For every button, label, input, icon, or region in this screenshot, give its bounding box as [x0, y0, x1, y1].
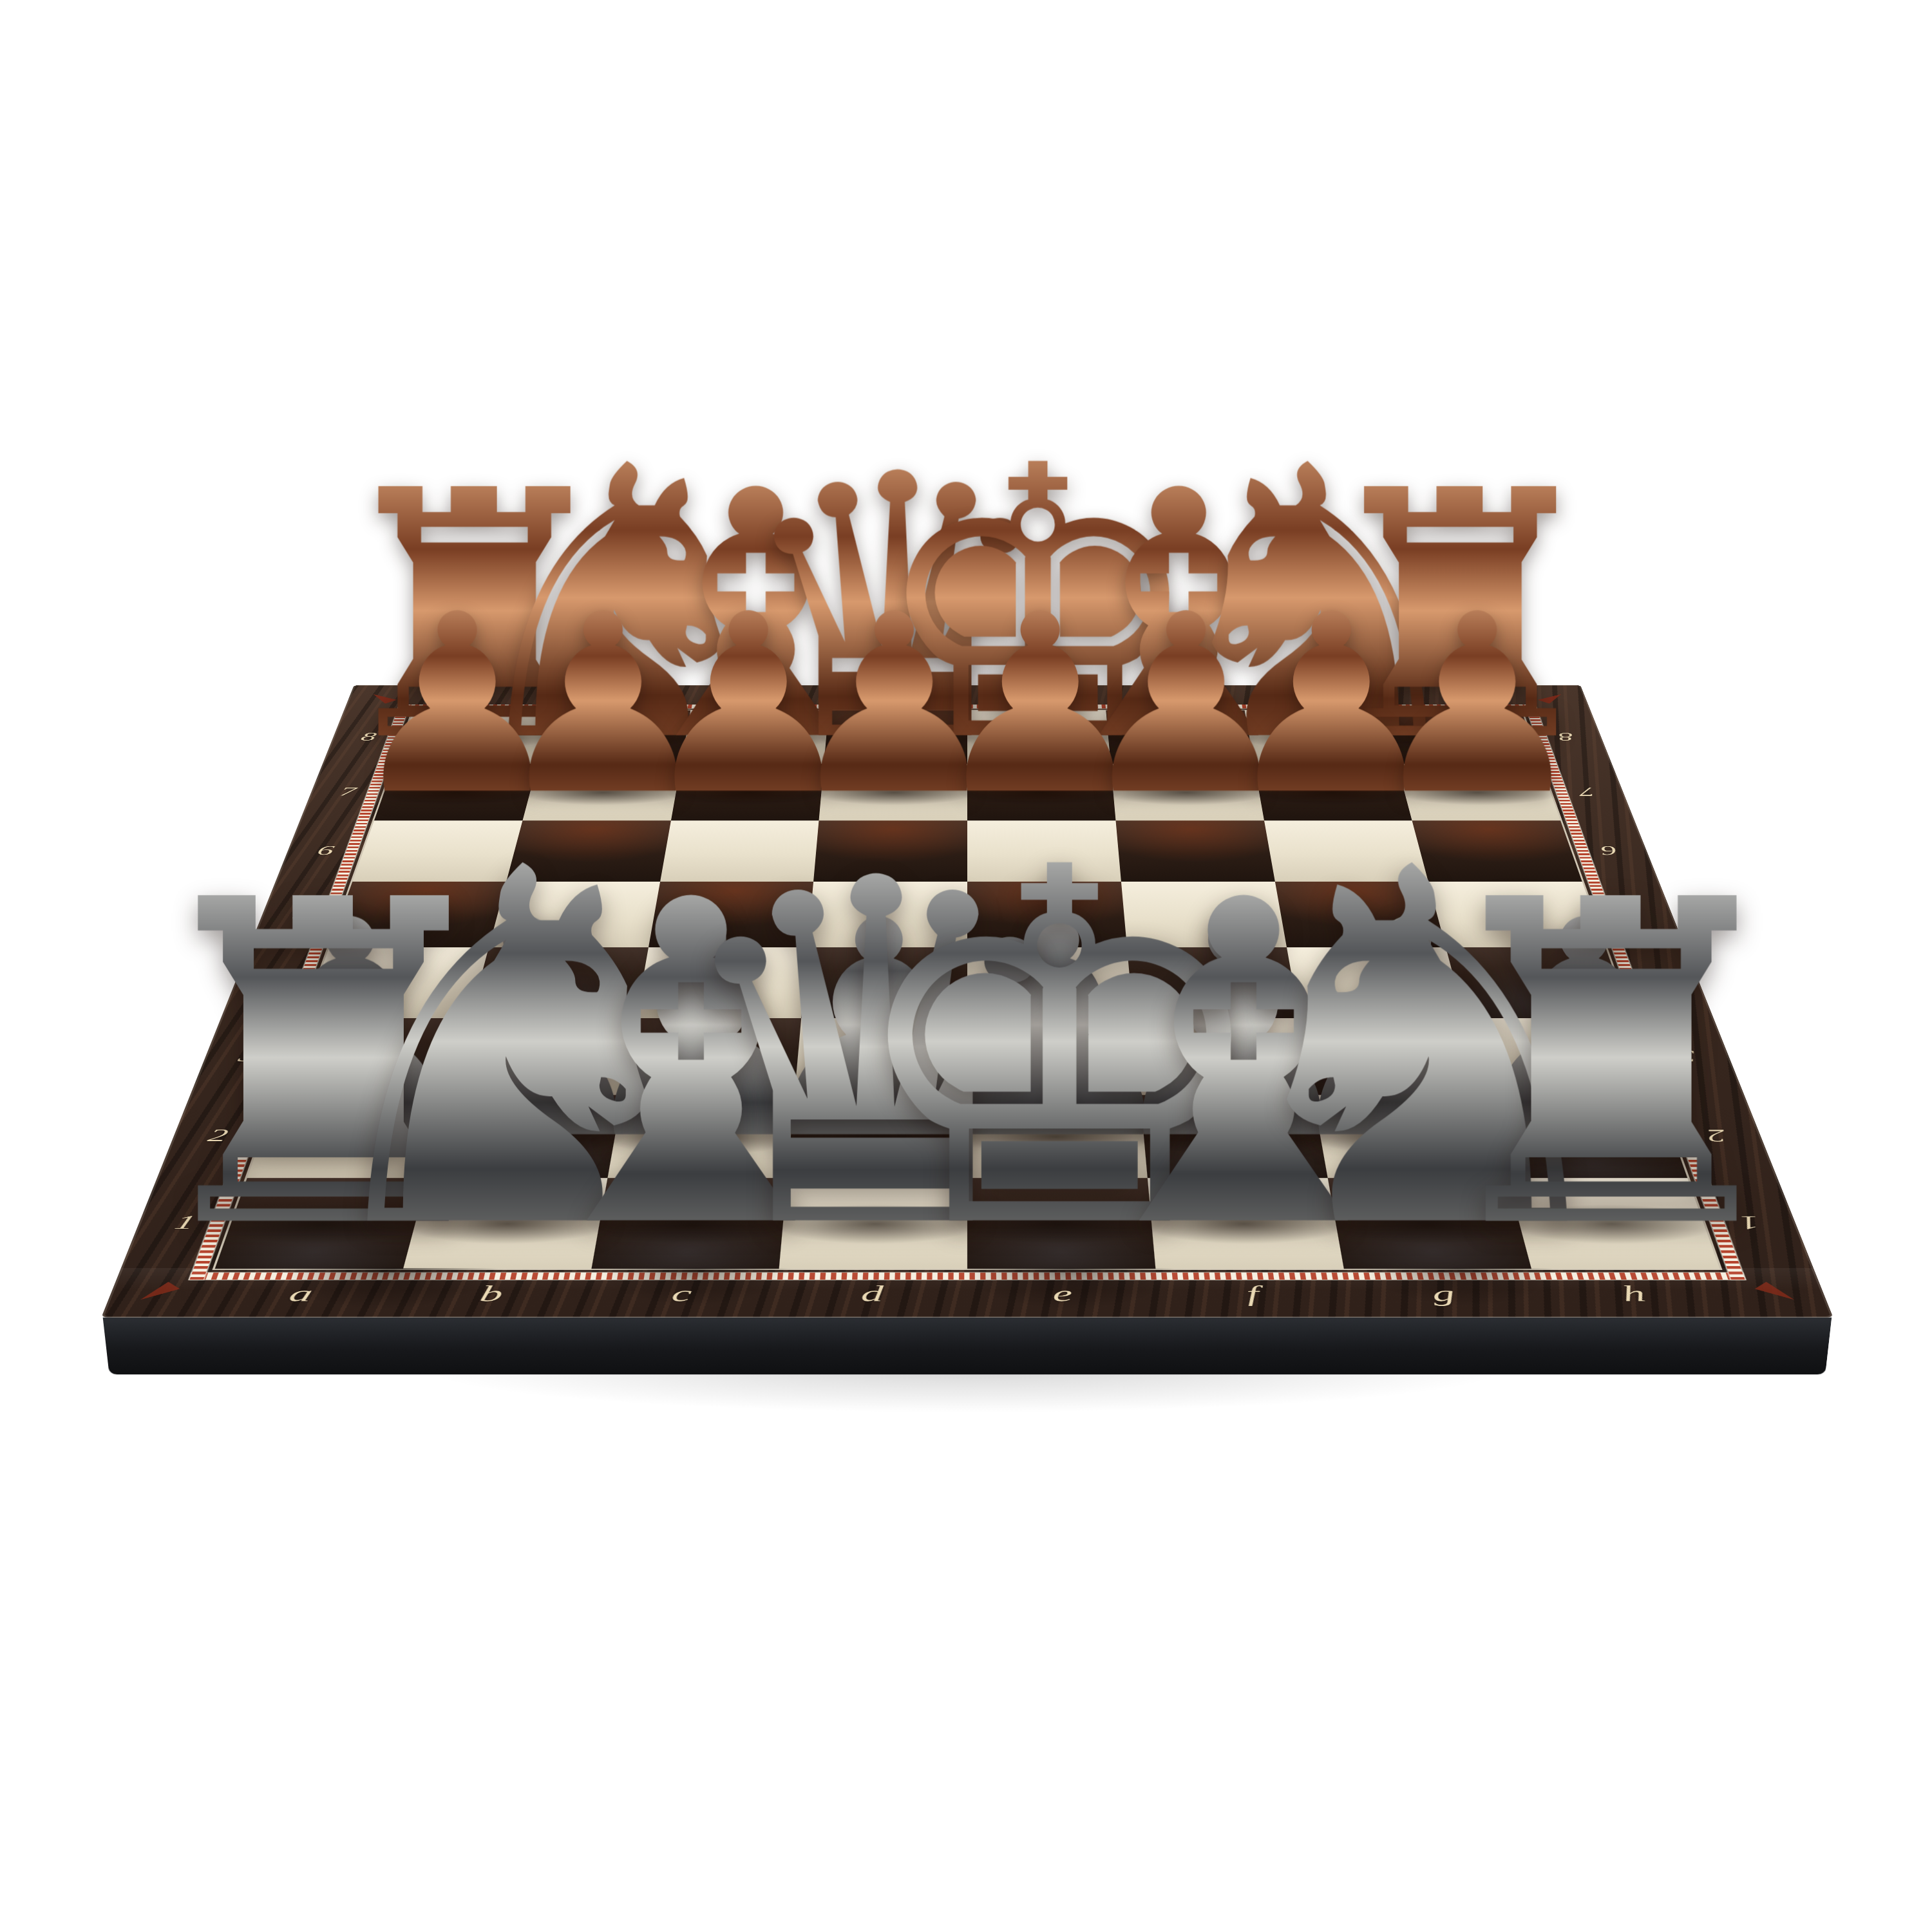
file-label-e: e: [1001, 1280, 1125, 1307]
board: abcdefgh1122334455667788 ♜♞♝♛♚♝♞♜♟♟♟♟♟♟♟…: [101, 685, 1833, 1318]
file-label-a: a: [235, 1280, 366, 1307]
board-front-edge: [103, 1318, 1832, 1375]
file-label-d: d: [810, 1280, 934, 1307]
file-label-g: g: [1379, 1280, 1508, 1307]
file-label-f: f: [1190, 1280, 1316, 1307]
page: { "game": "chess", "scene": "Overhead-an…: [0, 0, 1932, 1932]
file-label-b: b: [427, 1280, 556, 1307]
scene: abcdefgh1122334455667788 ♜♞♝♛♚♝♞♜♟♟♟♟♟♟♟…: [0, 0, 1932, 1932]
file-label-c: c: [618, 1280, 744, 1307]
file-label-h: h: [1568, 1280, 1700, 1307]
